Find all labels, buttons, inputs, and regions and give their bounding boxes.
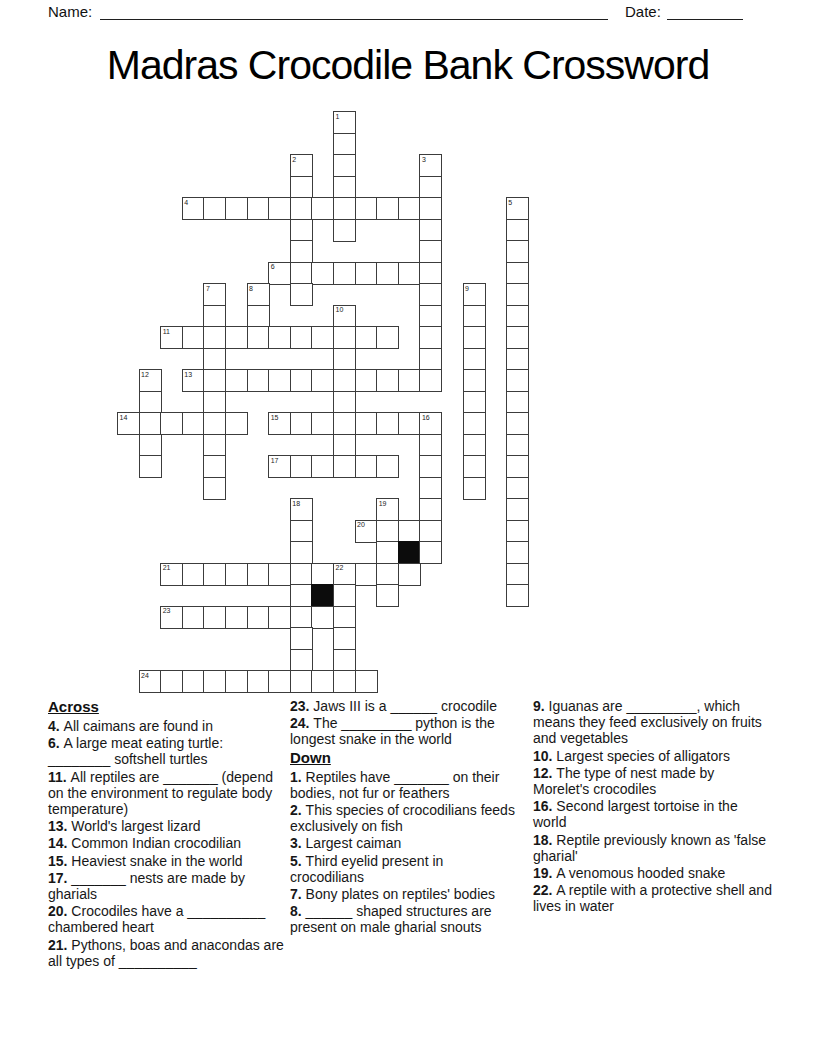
grid-cell-r9c16[interactable] [463,305,486,328]
grid-cell-r21c18[interactable] [506,563,529,586]
grid-cell-r4c7[interactable] [268,197,291,220]
grid-cell-r2c8[interactable]: 2 [290,154,313,177]
grid-cell-r16c1[interactable] [139,455,162,478]
clue-number-13: 13 [184,371,192,379]
grid-cell-r19c12[interactable] [376,520,399,543]
clue-down-7: 7. Bony plates on reptiles' bodies [290,886,517,902]
grid-cell-r10c12[interactable] [376,326,399,349]
date-label: Date: [625,3,661,20]
grid-cell-r26c7[interactable] [268,670,291,693]
clue-number-1: 1 [336,113,340,121]
clue-down-18: 18. Reptile previously known as 'false g… [533,832,773,864]
clue-number-18: 18 [292,500,300,508]
grid-cell-r21c8[interactable] [290,563,313,586]
grid-cell-r10c5[interactable] [225,326,248,349]
name-label: Name: [48,3,92,20]
grid-cell-r10c10[interactable] [333,326,356,349]
grid-cell-r10c7[interactable] [268,326,291,349]
clue-down-1: 1. Reptiles have _______ on their bodies… [290,769,517,801]
grid-cell-r18c12[interactable]: 19 [376,498,399,521]
grid-cell-r12c11[interactable] [355,369,378,392]
grid-cell-r14c18[interactable] [506,412,529,435]
grid-cell-r22c18[interactable] [506,584,529,607]
clue-down-8: 8. ______ shaped structures are present … [290,903,517,935]
grid-cell-r24c10[interactable] [333,627,356,650]
clue-down-5: 5. Third eyelid present in crocodilians [290,853,517,885]
grid-cell-r2c14[interactable]: 3 [419,154,442,177]
grid-cell-r16c7[interactable]: 17 [268,455,291,478]
grid-cell-r13c1[interactable] [139,391,162,414]
grid-cell-r14c16[interactable] [463,412,486,435]
clue-number-3: 3 [422,156,426,164]
clue-number-22: 22 [336,564,344,572]
grid-cell-r21c2[interactable]: 21 [160,563,183,586]
grid-cell-r4c10[interactable] [333,197,356,220]
grid-cell-r9c14[interactable] [419,305,442,328]
clue-down-16: 16. Second largest tortoise in the world [533,798,773,830]
grid-cell-r22c12[interactable] [376,584,399,607]
grid-cell-r16c11[interactable] [355,455,378,478]
grid-cell-r12c6[interactable] [247,369,270,392]
grid-cell-r12c4[interactable] [203,369,226,392]
grid-cell-r7c13[interactable] [398,262,421,285]
grid-cell-r7c18[interactable] [506,262,529,285]
grid-cell-r13c16[interactable] [463,391,486,414]
clue-across-13: 13. World's largest lizard [48,818,285,834]
grid-cell-r19c13[interactable] [398,520,421,543]
grid-cell-r26c5[interactable] [225,670,248,693]
grid-cell-r6c18[interactable] [506,240,529,263]
grid-cell-r11c4[interactable] [203,348,226,371]
grid-cell-r14c11[interactable] [355,412,378,435]
clue-number-15: 15 [271,414,279,422]
grid-cell-r14c7[interactable]: 15 [268,412,291,435]
date-fill-line [667,19,743,20]
grid-cell-r3c8[interactable] [290,176,313,199]
grid-cell-r12c16[interactable] [463,369,486,392]
grid-cell-r11c18[interactable] [506,348,529,371]
grid-cell-r8c4[interactable]: 7 [203,283,226,306]
grid-cell-r17c16[interactable] [463,477,486,500]
grid-cell-r26c8[interactable] [290,670,313,693]
grid-cell-r7c11[interactable] [355,262,378,285]
clue-number-4: 4 [184,199,188,207]
grid-cell-r17c14[interactable] [419,477,442,500]
grid-cell-r10c4[interactable] [203,326,226,349]
grid-cell-r4c8[interactable] [290,197,313,220]
clue-down-22: 22. A reptile with a protective shell an… [533,882,773,914]
clue-number-12: 12 [141,371,149,379]
grid-cell-r14c3[interactable] [182,412,205,435]
grid-cell-r23c5[interactable] [225,606,248,629]
grid-cell-r26c4[interactable] [203,670,226,693]
grid-cell-r8c8[interactable] [290,283,313,306]
grid-cell-r15c4[interactable] [203,434,226,457]
grid-cell-r10c9[interactable] [311,326,334,349]
grid-cell-r5c10[interactable] [333,219,356,242]
grid-cell-r20c18[interactable] [506,541,529,564]
grid-cell-r13c18[interactable] [506,391,529,414]
grid-cell-r9c4[interactable] [203,305,226,328]
grid-cell-r15c16[interactable] [463,434,486,457]
clue-down-10: 10. Largest species of alligators [533,748,773,764]
black-cell-r20c13 [398,541,421,564]
grid-cell-r4c14[interactable] [419,197,442,220]
grid-cell-r14c13[interactable] [398,412,421,435]
grid-cell-r13c10[interactable] [333,391,356,414]
grid-cell-r6c14[interactable] [419,240,442,263]
grid-cell-r7c8[interactable] [290,262,313,285]
clue-across-14: 14. Common Indian crocodilian [48,835,285,851]
grid-cell-r18c14[interactable] [419,498,442,521]
grid-cell-r5c18[interactable] [506,219,529,242]
clue-across-24: 24. The _________ python is the longest … [290,715,517,747]
grid-cell-r15c18[interactable] [506,434,529,457]
grid-cell-r8c6[interactable]: 8 [247,283,270,306]
grid-cell-r21c9[interactable] [311,563,334,586]
grid-cell-r19c11[interactable]: 20 [355,520,378,543]
clue-number-24: 24 [141,672,149,680]
grid-cell-r12c12[interactable] [376,369,399,392]
clue-across-21: 21. Pythons, boas and anacondas are all … [48,937,285,969]
grid-cell-r14c2[interactable] [160,412,183,435]
clue-number-10: 10 [336,306,344,314]
grid-cell-r5c8[interactable] [290,219,313,242]
grid-cell-r23c3[interactable] [182,606,205,629]
grid-cell-r15c10[interactable] [333,434,356,457]
grid-cell-r12c10[interactable] [333,369,356,392]
grid-cell-r4c13[interactable] [398,197,421,220]
grid-cell-r11c16[interactable] [463,348,486,371]
grid-cell-r14c12[interactable] [376,412,399,435]
clue-number-8: 8 [249,285,253,293]
grid-cell-r10c2[interactable]: 11 [160,326,183,349]
grid-cell-r16c12[interactable] [376,455,399,478]
grid-cell-r21c10[interactable]: 22 [333,563,356,586]
grid-cell-r17c4[interactable] [203,477,226,500]
grid-cell-r18c18[interactable] [506,498,529,521]
grid-cell-r16c16[interactable] [463,455,486,478]
grid-cell-r7c9[interactable] [311,262,334,285]
clue-number-23: 23 [163,607,171,615]
grid-cell-r12c14[interactable] [419,369,442,392]
grid-cell-r16c4[interactable] [203,455,226,478]
grid-cell-r4c18[interactable]: 5 [506,197,529,220]
clue-down-9: 9. Iguanas are _________, which means th… [533,698,773,747]
clue-number-16: 16 [422,414,430,422]
clue-number-2: 2 [292,156,296,164]
grid-cell-r10c6[interactable] [247,326,270,349]
grid-cell-r20c12[interactable] [376,541,399,564]
grid-cell-r12c3[interactable]: 13 [182,369,205,392]
clue-number-6: 6 [271,263,275,271]
grid-cell-r23c8[interactable] [290,606,313,629]
grid-cell-r16c10[interactable] [333,455,356,478]
grid-cell-r16c14[interactable] [419,455,442,478]
grid-cell-r9c18[interactable] [506,305,529,328]
grid-cell-r22c10[interactable] [333,584,356,607]
grid-cell-r14c0[interactable]: 14 [117,412,140,435]
grid-cell-r19c8[interactable] [290,520,313,543]
grid-cell-r4c12[interactable] [376,197,399,220]
page-title: Madras Crocodile Bank Crossword [0,42,816,88]
grid-cell-r14c4[interactable] [203,412,226,435]
grid-cell-r7c14[interactable] [419,262,442,285]
grid-cell-r10c3[interactable] [182,326,205,349]
clue-number-7: 7 [206,285,210,293]
grid-cell-r14c10[interactable] [333,412,356,435]
clue-across-4: 4. All caimans are found in [48,718,285,734]
grid-cell-r21c7[interactable] [268,563,291,586]
grid-cell-r20c8[interactable] [290,541,313,564]
grid-cell-r17c18[interactable] [506,477,529,500]
grid-cell-r14c14[interactable]: 16 [419,412,442,435]
grid-cell-r25c8[interactable] [290,649,313,672]
grid-cell-r24c8[interactable] [290,627,313,650]
clue-across-20: 20. Crocodiles have a __________ chamber… [48,903,285,935]
grid-cell-r6c8[interactable] [290,240,313,263]
grid-cell-r10c14[interactable] [419,326,442,349]
clue-number-11: 11 [163,328,170,336]
grid-cell-r21c5[interactable] [225,563,248,586]
clue-column-2: 23. Jaws III is a ______ crocodile24. Th… [290,698,517,937]
grid-cell-r4c11[interactable] [355,197,378,220]
grid-cell-r7c10[interactable] [333,262,356,285]
grid-cell-r9c6[interactable] [247,305,270,328]
grid-cell-r1c10[interactable] [333,133,356,156]
grid-cell-r8c18[interactable] [506,283,529,306]
grid-cell-r21c12[interactable] [376,563,399,586]
grid-cell-r12c13[interactable] [398,369,421,392]
grid-cell-r4c5[interactable] [225,197,248,220]
grid-cell-r12c5[interactable] [225,369,248,392]
grid-cell-r15c14[interactable] [419,434,442,457]
grid-cell-r4c9[interactable] [311,197,334,220]
clue-number-20: 20 [357,521,365,529]
grid-cell-r10c8[interactable] [290,326,313,349]
grid-cell-r10c16[interactable] [463,326,486,349]
grid-cell-r26c6[interactable] [247,670,270,693]
grid-cell-r12c9[interactable] [311,369,334,392]
grid-cell-r19c18[interactable] [506,520,529,543]
clue-number-9: 9 [465,285,469,293]
clue-number-21: 21 [163,564,171,572]
grid-cell-r3c14[interactable] [419,176,442,199]
grid-cell-r21c4[interactable] [203,563,226,586]
grid-cell-r19c14[interactable] [419,520,442,543]
clue-column-1: Across4. All caimans are found in6. A la… [48,698,285,970]
grid-cell-r13c4[interactable] [203,391,226,414]
grid-cell-r12c8[interactable] [290,369,313,392]
grid-cell-r5c14[interactable] [419,219,442,242]
grid-cell-r10c18[interactable] [506,326,529,349]
grid-cell-r16c18[interactable] [506,455,529,478]
clue-down-2: 2. This species of crocodilians feeds ex… [290,802,517,834]
clue-number-5: 5 [508,199,512,207]
crossword-grid: 123456789101112131415161718192021222324 [117,111,529,693]
clue-across-15: 15. Heaviest snake in the world [48,853,285,869]
grid-cell-r14c1[interactable] [139,412,162,435]
grid-cell-r8c16[interactable]: 9 [463,283,486,306]
grid-cell-r21c13[interactable] [398,563,421,586]
grid-cell-r26c3[interactable] [182,670,205,693]
grid-cell-r23c9[interactable] [311,606,334,629]
grid-cell-r11c14[interactable] [419,348,442,371]
grid-cell-r26c2[interactable] [160,670,183,693]
grid-cell-r8c14[interactable] [419,283,442,306]
grid-cell-r12c18[interactable] [506,369,529,392]
grid-cell-r14c8[interactable] [290,412,313,435]
black-cell-r22c9 [311,584,334,607]
grid-cell-r20c14[interactable] [419,541,442,564]
grid-cell-r14c9[interactable] [311,412,334,435]
grid-cell-r21c11[interactable] [355,563,378,586]
grid-cell-r16c9[interactable] [311,455,334,478]
down-heading: Down [290,749,517,766]
clue-across-6: 6. A large meat eating turtle: ________ … [48,735,285,767]
grid-cell-r4c3[interactable]: 4 [182,197,205,220]
grid-cell-r22c8[interactable] [290,584,313,607]
grid-cell-r11c10[interactable] [333,348,356,371]
grid-cell-r4c6[interactable] [247,197,270,220]
clue-number-14: 14 [120,414,128,422]
grid-cell-r7c7[interactable]: 6 [268,262,291,285]
grid-cell-r26c10[interactable] [333,670,356,693]
grid-cell-r12c1[interactable]: 12 [139,369,162,392]
grid-cell-r9c10[interactable]: 10 [333,305,356,328]
grid-cell-r23c7[interactable] [268,606,291,629]
grid-cell-r0c10[interactable]: 1 [333,111,356,134]
clue-across-17: 17. _______ nests are made by gharials [48,870,285,902]
grid-cell-r21c3[interactable] [182,563,205,586]
name-fill-line [100,19,608,20]
grid-cell-r16c8[interactable] [290,455,313,478]
grid-cell-r25c10[interactable] [333,649,356,672]
grid-cell-r3c10[interactable] [333,176,356,199]
grid-cell-r18c8[interactable]: 18 [290,498,313,521]
grid-cell-r12c7[interactable] [268,369,291,392]
clue-across-23: 23. Jaws III is a ______ crocodile [290,698,517,714]
grid-cell-r21c6[interactable] [247,563,270,586]
clue-number-19: 19 [379,500,387,508]
across-heading: Across [48,698,285,715]
grid-cell-r4c4[interactable] [203,197,226,220]
grid-cell-r26c9[interactable] [311,670,334,693]
grid-cell-r26c1[interactable]: 24 [139,670,162,693]
clue-down-19: 19. A venomous hooded snake [533,865,773,881]
grid-cell-r23c10[interactable] [333,606,356,629]
grid-cell-r10c11[interactable] [355,326,378,349]
grid-cell-r7c12[interactable] [376,262,399,285]
clue-across-11: 11. All reptiles are _______ (depend on … [48,769,285,818]
grid-cell-r2c10[interactable] [333,154,356,177]
grid-cell-r23c4[interactable] [203,606,226,629]
clue-down-3: 3. Largest caiman [290,835,517,851]
grid-cell-r23c2[interactable]: 23 [160,606,183,629]
clue-number-17: 17 [271,457,279,465]
clue-column-3: 9. Iguanas are _________, which means th… [533,698,773,916]
grid-cell-r26c11[interactable] [355,670,378,693]
clue-down-12: 12. The type of nest made by Morelet's c… [533,765,773,797]
grid-cell-r14c5[interactable] [225,412,248,435]
grid-cell-r15c1[interactable] [139,434,162,457]
grid-cell-r23c6[interactable] [247,606,270,629]
